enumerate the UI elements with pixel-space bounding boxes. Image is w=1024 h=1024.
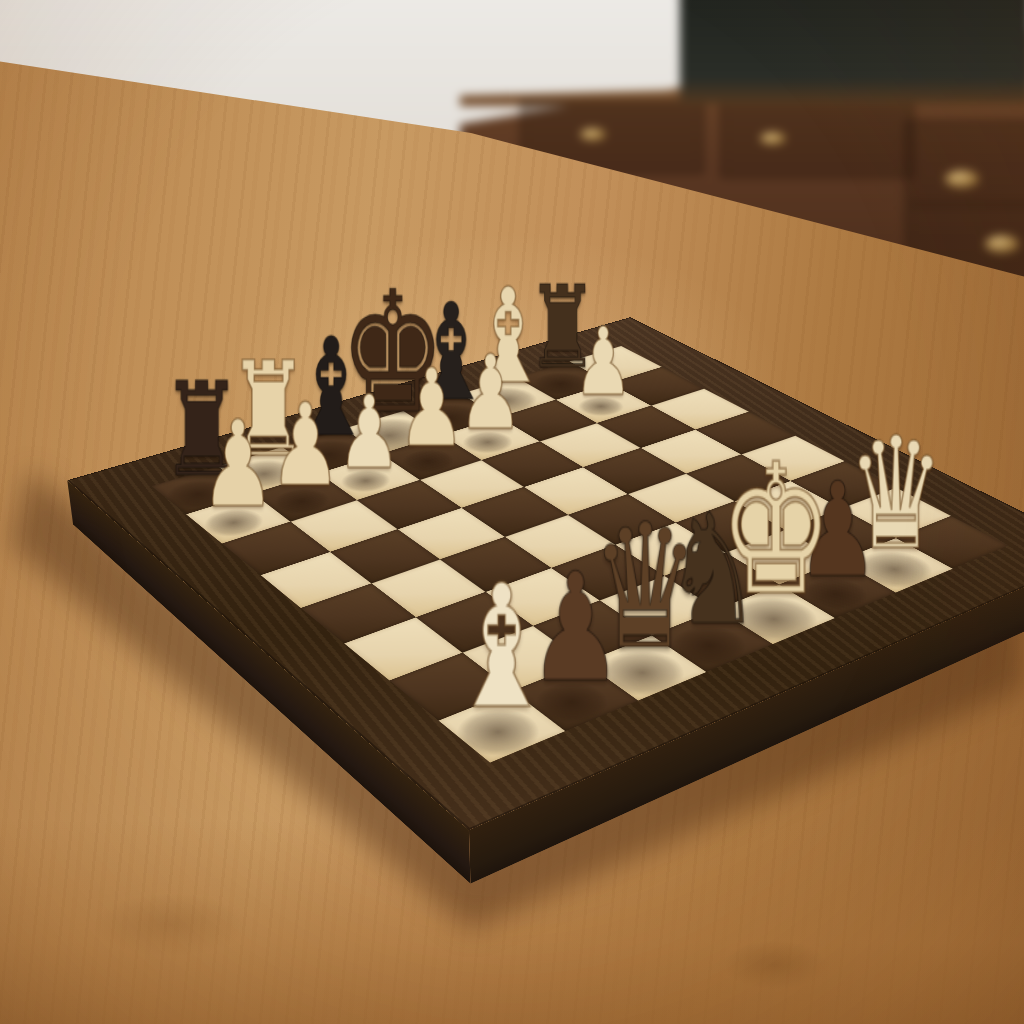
chess-board: ♜♝♝♚♝♜♜♟♟♟♟♟♟♛♟♚♞♛♟♝ [67,317,1024,830]
white-pawn-glyph: ♟ [138,404,339,524]
white-bishop-glyph: ♝ [382,563,622,733]
photo-stage: ♜♝♝♚♝♜♜♟♟♟♟♟♟♛♟♚♞♛♟♝ [0,0,1024,1024]
board-scene: ♜♝♝♚♝♜♜♟♟♟♟♟♟♛♟♚♞♛♟♝ [0,0,1024,1024]
